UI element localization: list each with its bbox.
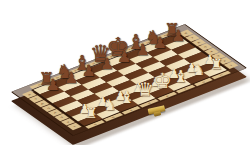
chess-set-photo: abcdefgh abcdefgh 87654321 87654321 ♜♞♝♛… (0, 0, 250, 145)
piece-white-rook-h1[interactable]: ♜ (194, 28, 238, 72)
pieces-layer: ♜♞♝♛♚♝♞♜♟♟♟♟♟♟♟♟♟♟♟♟♟♟♟♟♜♞♝♛♚♝♞♜ (12, 25, 184, 92)
